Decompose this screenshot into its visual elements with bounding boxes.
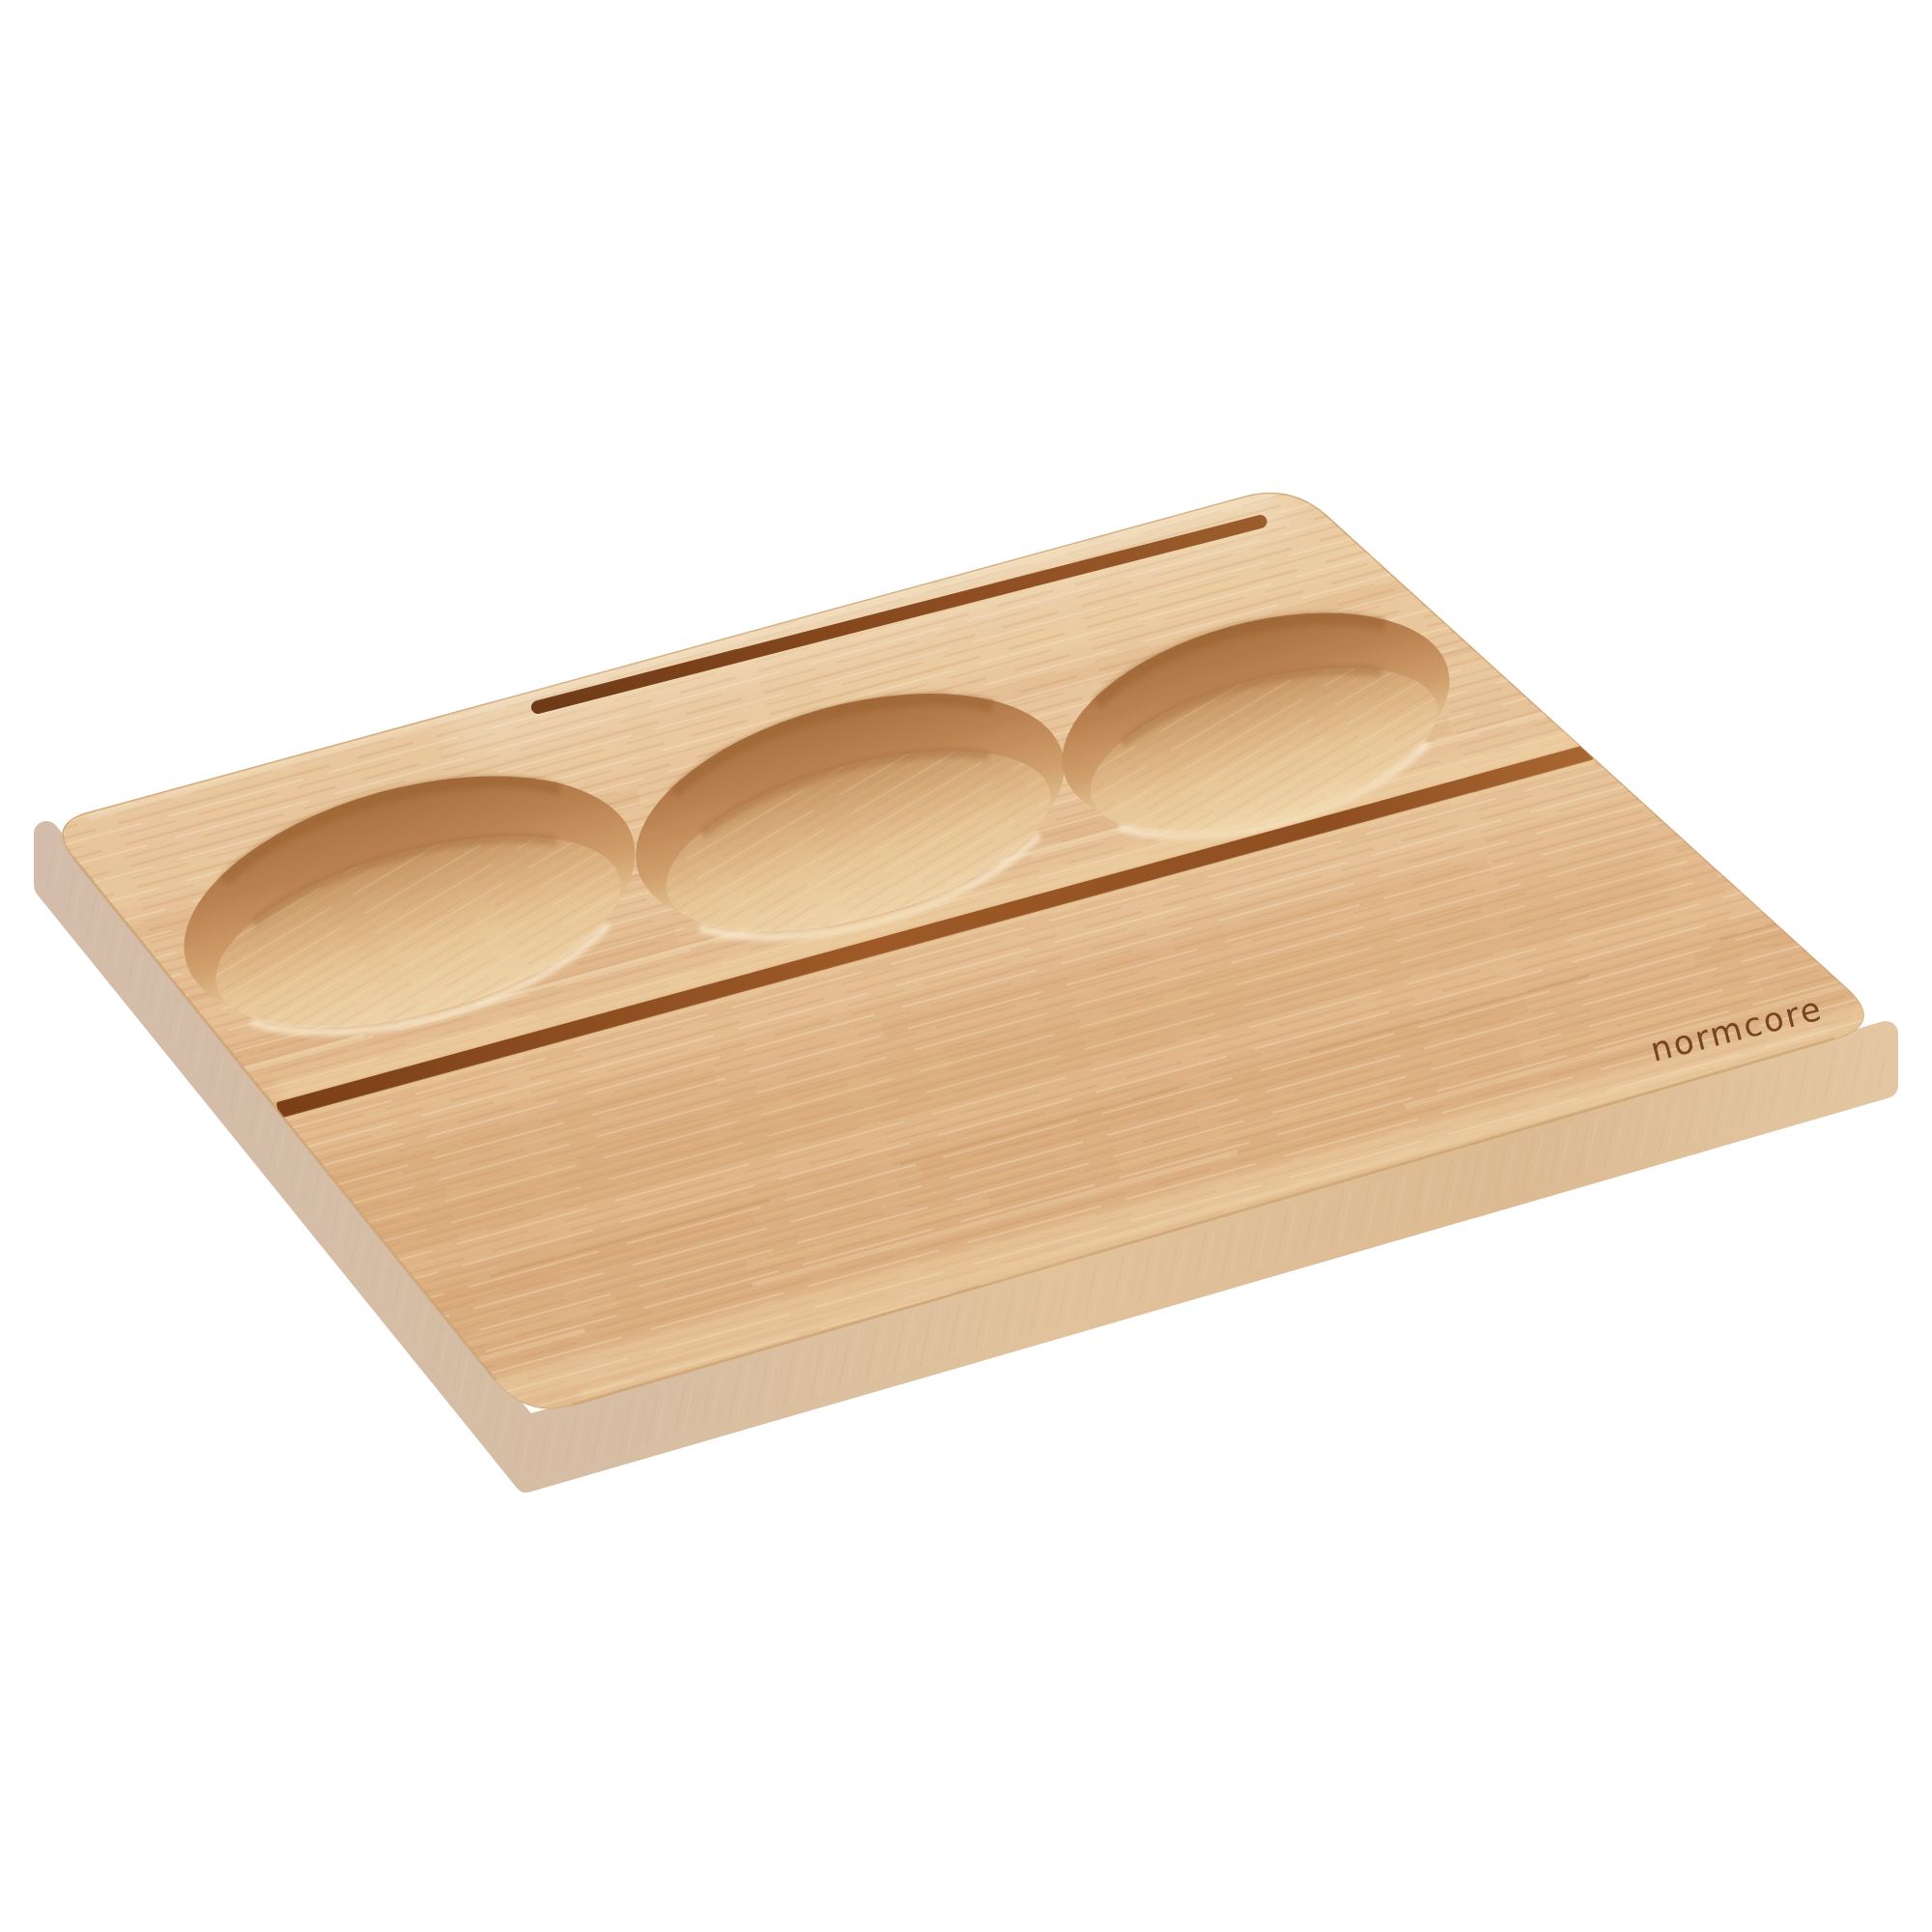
tray-photo-svg: normcore <box>0 0 1932 1932</box>
product-photo: normcore <box>0 0 1932 1932</box>
